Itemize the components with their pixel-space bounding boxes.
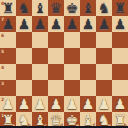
piece-black-rook[interactable]: ♜: [112, 0, 128, 16]
square-e5[interactable]: [64, 48, 80, 64]
square-d3[interactable]: [48, 80, 64, 96]
coord-rank-1: 1: [1, 113, 4, 118]
square-d4[interactable]: [48, 64, 64, 80]
piece-black-knight[interactable]: ♞: [96, 0, 112, 16]
square-e4[interactable]: [64, 64, 80, 80]
chess-board: ♜8♞♝♛♚♝♞♜♟7♟♟♟♟♟♟♟6543♟2♟♟♟♟♟♟♟♜1a♞b♝c♛d…: [0, 0, 128, 128]
square-h2[interactable]: ♟: [112, 96, 128, 112]
chess-board-wrapper: ♜8♞♝♛♚♝♞♜♟7♟♟♟♟♟♟♟6543♟2♟♟♟♟♟♟♟♜1a♞b♝c♛d…: [0, 0, 128, 128]
piece-black-knight[interactable]: ♞: [16, 0, 32, 16]
piece-black-rook[interactable]: ♜: [0, 0, 16, 16]
piece-white-pawn[interactable]: ♟: [64, 96, 80, 112]
square-g4[interactable]: [96, 64, 112, 80]
square-c7[interactable]: ♟: [32, 16, 48, 32]
square-a6[interactable]: 6: [0, 32, 16, 48]
square-f5[interactable]: [80, 48, 96, 64]
square-a2[interactable]: ♟2: [0, 96, 16, 112]
square-h4[interactable]: [112, 64, 128, 80]
square-a5[interactable]: 5: [0, 48, 16, 64]
piece-black-pawn[interactable]: ♟: [16, 16, 32, 32]
piece-black-bishop[interactable]: ♝: [80, 0, 96, 16]
piece-white-pawn[interactable]: ♟: [32, 96, 48, 112]
piece-black-queen[interactable]: ♛: [48, 0, 64, 16]
square-b7[interactable]: ♟: [16, 16, 32, 32]
coord-rank-4: 4: [1, 65, 4, 70]
square-h7[interactable]: ♟: [112, 16, 128, 32]
square-g6[interactable]: [96, 32, 112, 48]
square-f2[interactable]: ♟: [80, 96, 96, 112]
square-f4[interactable]: [80, 64, 96, 80]
piece-black-pawn[interactable]: ♟: [112, 16, 128, 32]
square-e8[interactable]: ♚: [64, 0, 80, 16]
piece-white-pawn[interactable]: ♟: [112, 96, 128, 112]
square-c3[interactable]: [32, 80, 48, 96]
square-e7[interactable]: ♟: [64, 16, 80, 32]
square-c8[interactable]: ♝: [32, 0, 48, 16]
piece-black-bishop[interactable]: ♝: [32, 0, 48, 16]
piece-black-pawn[interactable]: ♟: [32, 16, 48, 32]
square-b5[interactable]: [16, 48, 32, 64]
square-d8[interactable]: ♛: [48, 0, 64, 16]
square-e3[interactable]: [64, 80, 80, 96]
piece-black-pawn[interactable]: ♟: [96, 16, 112, 32]
square-b8[interactable]: ♞: [16, 0, 32, 16]
piece-white-pawn[interactable]: ♟: [16, 96, 32, 112]
piece-white-pawn[interactable]: ♟: [0, 96, 16, 112]
square-a3[interactable]: 3: [0, 80, 16, 96]
square-h5[interactable]: [112, 48, 128, 64]
square-g2[interactable]: ♟: [96, 96, 112, 112]
piece-white-pawn[interactable]: ♟: [80, 96, 96, 112]
square-c5[interactable]: [32, 48, 48, 64]
square-d2[interactable]: ♟: [48, 96, 64, 112]
piece-white-pawn[interactable]: ♟: [96, 96, 112, 112]
square-a4[interactable]: 4: [0, 64, 16, 80]
piece-black-pawn[interactable]: ♟: [64, 16, 80, 32]
square-c6[interactable]: [32, 32, 48, 48]
square-e2[interactable]: ♟: [64, 96, 80, 112]
coord-rank-7: 7: [1, 17, 4, 22]
bottom-edge-strip: [0, 126, 128, 128]
square-f6[interactable]: [80, 32, 96, 48]
piece-white-pawn[interactable]: ♟: [48, 96, 64, 112]
square-g3[interactable]: [96, 80, 112, 96]
coord-rank-5: 5: [1, 49, 4, 54]
square-h3[interactable]: [112, 80, 128, 96]
square-f8[interactable]: ♝: [80, 0, 96, 16]
square-d6[interactable]: [48, 32, 64, 48]
square-h8[interactable]: ♜: [112, 0, 128, 16]
square-c2[interactable]: ♟: [32, 96, 48, 112]
square-b6[interactable]: [16, 32, 32, 48]
square-b2[interactable]: ♟: [16, 96, 32, 112]
square-e6[interactable]: [64, 32, 80, 48]
square-b4[interactable]: [16, 64, 32, 80]
square-g5[interactable]: [96, 48, 112, 64]
square-g8[interactable]: ♞: [96, 0, 112, 16]
coord-rank-6: 6: [1, 33, 4, 38]
piece-black-pawn[interactable]: ♟: [48, 16, 64, 32]
square-b3[interactable]: [16, 80, 32, 96]
square-h6[interactable]: [112, 32, 128, 48]
piece-black-pawn[interactable]: ♟: [80, 16, 96, 32]
coord-rank-8: 8: [1, 1, 4, 6]
square-f7[interactable]: ♟: [80, 16, 96, 32]
square-f3[interactable]: [80, 80, 96, 96]
square-d5[interactable]: [48, 48, 64, 64]
square-a7[interactable]: ♟7: [0, 16, 16, 32]
piece-black-pawn[interactable]: ♟: [0, 16, 16, 32]
coord-rank-3: 3: [1, 81, 4, 86]
piece-black-king[interactable]: ♚: [64, 0, 80, 16]
square-a8[interactable]: ♜8: [0, 0, 16, 16]
square-g7[interactable]: ♟: [96, 16, 112, 32]
square-d7[interactable]: ♟: [48, 16, 64, 32]
square-c4[interactable]: [32, 64, 48, 80]
coord-rank-2: 2: [1, 97, 4, 102]
